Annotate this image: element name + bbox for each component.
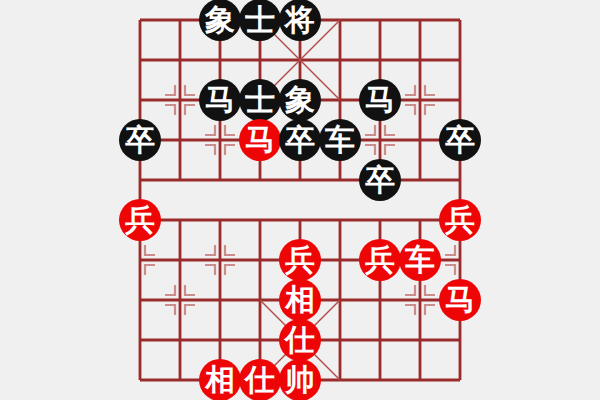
red-soldier[interactable]: 兵 bbox=[439, 199, 481, 241]
xiangqi-board: 象士将马士象马卒马卒车卒卒兵兵兵兵车相马仕相仕帅 bbox=[0, 0, 600, 400]
red-chariot[interactable]: 车 bbox=[399, 239, 441, 281]
red-advisor[interactable]: 仕 bbox=[279, 319, 321, 361]
red-general[interactable]: 帅 bbox=[279, 359, 321, 400]
black-elephant[interactable]: 象 bbox=[199, 0, 241, 41]
red-elephant[interactable]: 相 bbox=[279, 279, 321, 321]
black-general[interactable]: 将 bbox=[279, 0, 321, 41]
red-horse[interactable]: 马 bbox=[239, 119, 281, 161]
black-advisor[interactable]: 士 bbox=[239, 0, 281, 41]
black-horse[interactable]: 马 bbox=[359, 79, 401, 121]
black-soldier[interactable]: 卒 bbox=[439, 119, 481, 161]
black-soldier[interactable]: 卒 bbox=[279, 119, 321, 161]
black-soldier[interactable]: 卒 bbox=[359, 159, 401, 201]
black-advisor[interactable]: 士 bbox=[239, 79, 281, 121]
red-horse[interactable]: 马 bbox=[439, 279, 481, 321]
red-advisor[interactable]: 仕 bbox=[239, 359, 281, 400]
black-soldier[interactable]: 卒 bbox=[119, 119, 161, 161]
black-chariot[interactable]: 车 bbox=[319, 119, 361, 161]
black-elephant[interactable]: 象 bbox=[279, 79, 321, 121]
red-soldier[interactable]: 兵 bbox=[279, 239, 321, 281]
black-horse[interactable]: 马 bbox=[199, 79, 241, 121]
piece-layer: 象士将马士象马卒马卒车卒卒兵兵兵兵车相马仕相仕帅 bbox=[0, 0, 600, 400]
red-soldier[interactable]: 兵 bbox=[119, 199, 161, 241]
red-soldier[interactable]: 兵 bbox=[359, 239, 401, 281]
red-elephant[interactable]: 相 bbox=[199, 359, 241, 400]
